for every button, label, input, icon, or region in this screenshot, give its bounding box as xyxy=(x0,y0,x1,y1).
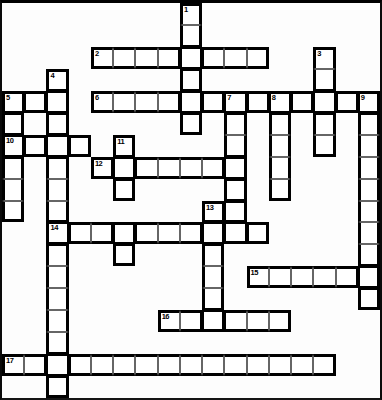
cell-r3c7 xyxy=(158,69,180,91)
clue-number-10: 10 xyxy=(6,136,13,145)
cell-r15c1 xyxy=(24,332,46,354)
cell-r11c4 xyxy=(91,244,113,266)
cell-r16c10[interactable] xyxy=(224,354,246,376)
cell-r14c0 xyxy=(2,310,24,332)
cell-r1c1 xyxy=(24,25,46,47)
cell-r8c7 xyxy=(158,179,180,201)
cell-r1c0 xyxy=(2,25,24,47)
cell-r7c0[interactable] xyxy=(2,157,24,179)
clue-number-17: 17 xyxy=(6,356,13,365)
cell-r8c2[interactable] xyxy=(46,179,68,201)
cell-r15c9 xyxy=(202,332,224,354)
cell-r12c11[interactable]: 15 xyxy=(247,266,269,288)
cell-r13c15 xyxy=(336,288,358,310)
cell-r13c4 xyxy=(91,288,113,310)
cell-r17c11 xyxy=(247,376,269,398)
cell-r5c5 xyxy=(113,113,135,135)
cell-r10c12 xyxy=(269,222,291,244)
cell-r7c2[interactable] xyxy=(46,157,68,179)
cell-r6c10[interactable] xyxy=(224,135,246,157)
cell-r17c0 xyxy=(2,376,24,398)
crossword-board: 1234567891011121314151617 xyxy=(0,0,382,400)
cell-r9c4 xyxy=(91,201,113,223)
cell-r2c11[interactable] xyxy=(247,47,269,69)
cell-r3c13 xyxy=(291,69,313,91)
cell-r5c2[interactable] xyxy=(46,113,68,135)
cell-r9c7 xyxy=(158,201,180,223)
cell-r0c4 xyxy=(91,3,113,25)
cell-r10c11[interactable] xyxy=(247,222,269,244)
cell-r14c8[interactable] xyxy=(180,310,202,332)
cell-r1c9 xyxy=(202,25,224,47)
cell-r10c9[interactable] xyxy=(202,222,224,244)
cell-r1c11 xyxy=(247,25,269,47)
cell-r6c14[interactable] xyxy=(313,135,335,157)
cell-r4c15[interactable] xyxy=(336,91,358,113)
cell-r2c7[interactable] xyxy=(158,47,180,69)
cell-r13c14 xyxy=(313,288,335,310)
cell-r8c13 xyxy=(291,179,313,201)
cell-r17c3 xyxy=(69,376,91,398)
cell-r0c6 xyxy=(135,3,157,25)
cell-r0c9 xyxy=(202,3,224,25)
cell-r3c12 xyxy=(269,69,291,91)
cell-r12c10 xyxy=(224,266,246,288)
cell-r4c14[interactable] xyxy=(313,91,335,113)
cell-r8c4 xyxy=(91,179,113,201)
cell-r14c9[interactable] xyxy=(202,310,224,332)
cell-r7c12[interactable] xyxy=(269,157,291,179)
cell-r7c4[interactable]: 12 xyxy=(91,157,113,179)
cell-r7c10[interactable] xyxy=(224,157,246,179)
cell-r14c13 xyxy=(291,310,313,332)
clue-number-4: 4 xyxy=(50,71,54,80)
clue-number-3: 3 xyxy=(317,49,321,58)
cell-r16c5[interactable] xyxy=(113,354,135,376)
cell-r9c2[interactable] xyxy=(46,201,68,223)
cell-r7c1 xyxy=(24,157,46,179)
cell-r5c7 xyxy=(158,113,180,135)
cell-r6c7 xyxy=(158,135,180,157)
cell-r13c5 xyxy=(113,288,135,310)
cell-r4c16[interactable]: 9 xyxy=(358,91,380,113)
cell-r6c6 xyxy=(135,135,157,157)
cell-r10c2[interactable]: 14 xyxy=(46,222,68,244)
clue-number-2: 2 xyxy=(95,49,99,58)
cell-r7c8[interactable] xyxy=(180,157,202,179)
cell-r2c16 xyxy=(358,47,380,69)
cell-r17c13 xyxy=(291,376,313,398)
cell-r13c2[interactable] xyxy=(46,288,68,310)
cell-r9c13 xyxy=(291,201,313,223)
cell-r5c13 xyxy=(291,113,313,135)
cell-r13c12 xyxy=(269,288,291,310)
cell-r8c9 xyxy=(202,179,224,201)
cell-r15c3 xyxy=(69,332,91,354)
cell-r4c3 xyxy=(69,91,91,113)
cell-r9c10[interactable] xyxy=(224,201,246,223)
cell-r4c13[interactable] xyxy=(291,91,313,113)
cell-r2c4[interactable]: 2 xyxy=(91,47,113,69)
cell-r5c10[interactable] xyxy=(224,113,246,135)
cell-r3c14[interactable] xyxy=(313,69,335,91)
cell-r12c3 xyxy=(69,266,91,288)
cell-r1c12 xyxy=(269,25,291,47)
cell-r4c9[interactable] xyxy=(202,91,224,113)
cell-r4c11[interactable] xyxy=(247,91,269,113)
cell-r15c4 xyxy=(91,332,113,354)
cell-r10c10[interactable] xyxy=(224,222,246,244)
cell-r13c0 xyxy=(2,288,24,310)
cell-r11c8 xyxy=(180,244,202,266)
cell-r1c7 xyxy=(158,25,180,47)
cell-r16c4[interactable] xyxy=(91,354,113,376)
cell-r2c9[interactable] xyxy=(202,47,224,69)
cell-r9c12 xyxy=(269,201,291,223)
cell-r11c15 xyxy=(336,244,358,266)
cell-r11c0 xyxy=(2,244,24,266)
cell-r3c16 xyxy=(358,69,380,91)
cell-r8c3 xyxy=(69,179,91,201)
cell-r12c2[interactable] xyxy=(46,266,68,288)
cell-r11c16[interactable] xyxy=(358,244,380,266)
cell-r6c9 xyxy=(202,135,224,157)
clue-number-1: 1 xyxy=(184,5,188,14)
cell-r17c5 xyxy=(113,376,135,398)
cell-r15c12 xyxy=(269,332,291,354)
cell-r1c10 xyxy=(224,25,246,47)
cell-r0c3 xyxy=(69,3,91,25)
cell-r0c8[interactable]: 1 xyxy=(180,3,202,25)
cell-r2c5[interactable] xyxy=(113,47,135,69)
cell-r5c4 xyxy=(91,113,113,135)
cell-r1c14 xyxy=(313,25,335,47)
cell-r13c9[interactable] xyxy=(202,288,224,310)
cell-r8c0[interactable] xyxy=(2,179,24,201)
clue-number-7: 7 xyxy=(227,93,231,102)
cell-r12c6 xyxy=(135,266,157,288)
cell-r16c1[interactable] xyxy=(24,354,46,376)
cell-r3c1 xyxy=(24,69,46,91)
cell-r4c10[interactable]: 7 xyxy=(224,91,246,113)
cell-r15c6 xyxy=(135,332,157,354)
cell-r5c6 xyxy=(135,113,157,135)
clue-number-16: 16 xyxy=(162,312,169,321)
cell-r5c8[interactable] xyxy=(180,113,202,135)
cell-r7c11 xyxy=(247,157,269,179)
cell-r15c0 xyxy=(2,332,24,354)
cell-r1c6 xyxy=(135,25,157,47)
cell-r3c2[interactable]: 4 xyxy=(46,69,68,91)
cell-r6c12[interactable] xyxy=(269,135,291,157)
cell-r16c15 xyxy=(336,354,358,376)
cell-r13c7 xyxy=(158,288,180,310)
cell-r12c5 xyxy=(113,266,135,288)
cell-r0c12 xyxy=(269,3,291,25)
cell-r12c1 xyxy=(24,266,46,288)
clue-number-6: 6 xyxy=(95,93,99,102)
cell-r3c15 xyxy=(336,69,358,91)
cell-r6c3[interactable] xyxy=(69,135,91,157)
cell-r0c16 xyxy=(358,3,380,25)
cell-r11c7 xyxy=(158,244,180,266)
cell-r8c15 xyxy=(336,179,358,201)
cell-r5c0[interactable] xyxy=(2,113,24,135)
cell-r16c2[interactable] xyxy=(46,354,68,376)
cell-r12c13[interactable] xyxy=(291,266,313,288)
cell-r4c5[interactable] xyxy=(113,91,135,113)
cell-r14c2[interactable] xyxy=(46,310,68,332)
cell-r11c1 xyxy=(24,244,46,266)
cell-r11c14 xyxy=(313,244,335,266)
cell-r8c1 xyxy=(24,179,46,201)
cell-r5c12[interactable] xyxy=(269,113,291,135)
cell-r8c5[interactable] xyxy=(113,179,135,201)
cell-r14c12[interactable] xyxy=(269,310,291,332)
cell-r14c16 xyxy=(358,310,380,332)
cell-r11c13 xyxy=(291,244,313,266)
cell-r1c5 xyxy=(113,25,135,47)
cell-r14c6 xyxy=(135,310,157,332)
cell-r12c7 xyxy=(158,266,180,288)
cell-r0c14 xyxy=(313,3,335,25)
cell-r14c10[interactable] xyxy=(224,310,246,332)
cell-r14c15 xyxy=(336,310,358,332)
cell-r15c2[interactable] xyxy=(46,332,68,354)
cell-r2c10[interactable] xyxy=(224,47,246,69)
cell-r6c0[interactable]: 10 xyxy=(2,135,24,157)
cell-r16c3[interactable] xyxy=(69,354,91,376)
cell-r8c12[interactable] xyxy=(269,179,291,201)
cell-r8c10[interactable] xyxy=(224,179,246,201)
cell-r9c14 xyxy=(313,201,335,223)
cell-r13c16[interactable] xyxy=(358,288,380,310)
cell-r9c16[interactable] xyxy=(358,201,380,223)
cell-r8c11 xyxy=(247,179,269,201)
cell-r9c1 xyxy=(24,201,46,223)
cell-r12c4 xyxy=(91,266,113,288)
cell-r4c12[interactable]: 8 xyxy=(269,91,291,113)
cell-r6c4 xyxy=(91,135,113,157)
cell-r4c7[interactable] xyxy=(158,91,180,113)
cell-r3c8[interactable] xyxy=(180,69,202,91)
cell-r10c1 xyxy=(24,222,46,244)
cell-r17c9 xyxy=(202,376,224,398)
crossword-page: 1234567891011121314151617 xyxy=(0,0,382,400)
cell-r2c8[interactable] xyxy=(180,47,202,69)
cell-r7c3 xyxy=(69,157,91,179)
clue-number-15: 15 xyxy=(251,268,258,277)
cell-r15c10 xyxy=(224,332,246,354)
cell-r2c15 xyxy=(336,47,358,69)
cell-r3c3 xyxy=(69,69,91,91)
cell-r1c13 xyxy=(291,25,313,47)
cell-r3c11 xyxy=(247,69,269,91)
cell-r6c16[interactable] xyxy=(358,135,380,157)
cell-r5c9 xyxy=(202,113,224,135)
clue-number-13: 13 xyxy=(206,203,213,212)
cell-r17c1 xyxy=(24,376,46,398)
cell-r10c0 xyxy=(2,222,24,244)
cell-r15c5 xyxy=(113,332,135,354)
cell-r9c0[interactable] xyxy=(2,201,24,223)
cell-r6c15 xyxy=(336,135,358,157)
cell-r12c16[interactable] xyxy=(358,266,380,288)
cell-r17c7 xyxy=(158,376,180,398)
cell-r3c0 xyxy=(2,69,24,91)
cell-r2c12 xyxy=(269,47,291,69)
cell-r10c5[interactable] xyxy=(113,222,135,244)
cell-r3c4 xyxy=(91,69,113,91)
cell-r0c11 xyxy=(247,3,269,25)
cell-r5c11 xyxy=(247,113,269,135)
cell-r7c15 xyxy=(336,157,358,179)
cell-r14c14 xyxy=(313,310,335,332)
cell-r6c11 xyxy=(247,135,269,157)
cell-r6c5[interactable]: 11 xyxy=(113,135,135,157)
cell-r4c2[interactable] xyxy=(46,91,68,113)
cell-r7c9[interactable] xyxy=(202,157,224,179)
cell-r2c3 xyxy=(69,47,91,69)
cell-r5c16[interactable] xyxy=(358,113,380,135)
cell-r6c1[interactable] xyxy=(24,135,46,157)
cell-r15c14 xyxy=(313,332,335,354)
cell-r0c15 xyxy=(336,3,358,25)
cell-r3c10 xyxy=(224,69,246,91)
cell-r15c16 xyxy=(358,332,380,354)
cell-r7c7[interactable] xyxy=(158,157,180,179)
cell-r16c7[interactable] xyxy=(158,354,180,376)
cell-r14c7[interactable]: 16 xyxy=(158,310,180,332)
cell-r12c8 xyxy=(180,266,202,288)
cell-r15c8 xyxy=(180,332,202,354)
cell-r17c12 xyxy=(269,376,291,398)
cell-r11c9[interactable] xyxy=(202,244,224,266)
cell-r8c14 xyxy=(313,179,335,201)
cell-r9c5 xyxy=(113,201,135,223)
cell-r13c1 xyxy=(24,288,46,310)
cell-r10c7[interactable] xyxy=(158,222,180,244)
cell-r9c15 xyxy=(336,201,358,223)
cell-r4c1[interactable] xyxy=(24,91,46,113)
clue-number-11: 11 xyxy=(117,137,124,146)
cell-r0c7 xyxy=(158,3,180,25)
cell-r17c8 xyxy=(180,376,202,398)
cell-r16c9[interactable] xyxy=(202,354,224,376)
cell-r1c8[interactable] xyxy=(180,25,202,47)
cell-r9c9[interactable]: 13 xyxy=(202,201,224,223)
cell-r2c13 xyxy=(291,47,313,69)
cell-r7c14 xyxy=(313,157,335,179)
cell-r16c13[interactable] xyxy=(291,354,313,376)
cell-r16c12[interactable] xyxy=(269,354,291,376)
cell-r15c7 xyxy=(158,332,180,354)
cell-r17c15 xyxy=(336,376,358,398)
cell-r0c5 xyxy=(113,3,135,25)
cell-r6c2[interactable] xyxy=(46,135,68,157)
clue-number-5: 5 xyxy=(6,93,10,102)
cell-r4c8[interactable] xyxy=(180,91,202,113)
cell-r10c3[interactable] xyxy=(69,222,91,244)
cell-r10c8[interactable] xyxy=(180,222,202,244)
cell-r4c6[interactable] xyxy=(135,91,157,113)
cell-r1c3 xyxy=(69,25,91,47)
cell-r1c15 xyxy=(336,25,358,47)
cell-r8c16[interactable] xyxy=(358,179,380,201)
cell-r3c5 xyxy=(113,69,135,91)
cell-r11c11 xyxy=(247,244,269,266)
cell-r16c6[interactable] xyxy=(135,354,157,376)
cell-r0c1 xyxy=(24,3,46,25)
cell-r11c6 xyxy=(135,244,157,266)
cell-r5c3 xyxy=(69,113,91,135)
cell-r14c5 xyxy=(113,310,135,332)
clue-number-14: 14 xyxy=(50,223,57,232)
cell-r10c6[interactable] xyxy=(135,222,157,244)
cell-r7c6[interactable] xyxy=(135,157,157,179)
cell-r0c0 xyxy=(2,3,24,25)
cell-r3c6 xyxy=(135,69,157,91)
cell-r16c14[interactable] xyxy=(313,354,335,376)
cell-r4c4[interactable]: 6 xyxy=(91,91,113,113)
cell-r14c4 xyxy=(91,310,113,332)
cell-r10c4[interactable] xyxy=(91,222,113,244)
cell-r13c13 xyxy=(291,288,313,310)
cell-r7c5[interactable] xyxy=(113,157,135,179)
cell-r0c2 xyxy=(46,3,68,25)
cell-r4c0[interactable]: 5 xyxy=(2,91,24,113)
cell-r16c0[interactable]: 17 xyxy=(2,354,24,376)
cell-r10c14 xyxy=(313,222,335,244)
cell-r2c14[interactable]: 3 xyxy=(313,47,335,69)
cell-r7c13 xyxy=(291,157,313,179)
cell-r11c3 xyxy=(69,244,91,266)
cell-r11c5[interactable] xyxy=(113,244,135,266)
cell-r6c13 xyxy=(291,135,313,157)
cell-r2c6[interactable] xyxy=(135,47,157,69)
cell-r12c14[interactable] xyxy=(313,266,335,288)
cell-r5c15 xyxy=(336,113,358,135)
cell-r1c2 xyxy=(46,25,68,47)
cell-r10c16[interactable] xyxy=(358,222,380,244)
cell-r11c12 xyxy=(269,244,291,266)
cell-r17c10 xyxy=(224,376,246,398)
cell-r12c9[interactable] xyxy=(202,266,224,288)
cell-r16c8[interactable] xyxy=(180,354,202,376)
cell-r1c4 xyxy=(91,25,113,47)
cell-r12c12[interactable] xyxy=(269,266,291,288)
cell-r8c8 xyxy=(180,179,202,201)
cell-r13c10 xyxy=(224,288,246,310)
cell-r0c10 xyxy=(224,3,246,25)
cell-r5c14[interactable] xyxy=(313,113,335,135)
cell-r17c14 xyxy=(313,376,335,398)
cell-r7c16[interactable] xyxy=(358,157,380,179)
cell-r14c11[interactable] xyxy=(247,310,269,332)
cell-r12c15[interactable] xyxy=(336,266,358,288)
cell-r9c6 xyxy=(135,201,157,223)
cell-r16c11[interactable] xyxy=(247,354,269,376)
cell-r17c6 xyxy=(135,376,157,398)
cell-r0c13 xyxy=(291,3,313,25)
cell-r11c2[interactable] xyxy=(46,244,68,266)
cell-r17c4 xyxy=(91,376,113,398)
cell-r17c2[interactable] xyxy=(46,376,68,398)
cell-r15c15 xyxy=(336,332,358,354)
cell-r9c3 xyxy=(69,201,91,223)
clue-number-9: 9 xyxy=(361,93,365,102)
cell-r11c10 xyxy=(224,244,246,266)
